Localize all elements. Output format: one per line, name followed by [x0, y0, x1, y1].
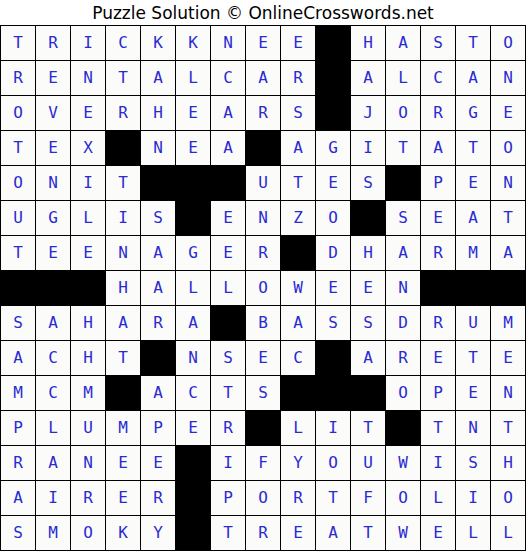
cell-r9c12: D — [386, 306, 421, 341]
cell-r5c10: E — [316, 166, 351, 201]
cell-r3c5: H — [141, 96, 176, 131]
cell-r15c12: W — [386, 516, 421, 551]
cell-r3c12: O — [386, 96, 421, 131]
cell-r4c15: O — [491, 131, 526, 166]
cell-r10c1: A — [1, 341, 36, 376]
cell-r14c15: O — [491, 481, 526, 516]
cell-r6c13: E — [421, 201, 456, 236]
cell-r14c3: R — [71, 481, 106, 516]
cell-r7c2: E — [36, 236, 71, 271]
cell-r5c4: T — [106, 166, 141, 201]
cell-r10c13: E — [421, 341, 456, 376]
black-cell-r8c2 — [36, 271, 71, 306]
cell-r8c11: E — [351, 271, 386, 306]
cell-r4c7: A — [211, 131, 246, 166]
cell-r10c9: C — [281, 341, 316, 376]
cell-r6c3: L — [71, 201, 106, 236]
cell-r14c5: R — [141, 481, 176, 516]
cell-r10c4: T — [106, 341, 141, 376]
cell-r2c8: A — [246, 61, 281, 96]
cell-r2c6: L — [176, 61, 211, 96]
cell-r2c9: R — [281, 61, 316, 96]
cell-r13c2: A — [36, 446, 71, 481]
cell-r1c15: O — [491, 26, 526, 61]
cell-r8c5: A — [141, 271, 176, 306]
cell-r13c11: U — [351, 446, 386, 481]
cell-r7c12: A — [386, 236, 421, 271]
cell-r14c8: O — [246, 481, 281, 516]
cell-r14c1: A — [1, 481, 36, 516]
cell-r6c10: O — [316, 201, 351, 236]
cell-r1c13: S — [421, 26, 456, 61]
cell-r5c14: E — [456, 166, 491, 201]
cell-r13c8: F — [246, 446, 281, 481]
black-cell-r9c7 — [211, 306, 246, 341]
cell-r12c15: T — [491, 411, 526, 446]
cell-r1c8: E — [246, 26, 281, 61]
cell-r13c14: S — [456, 446, 491, 481]
cell-r2c7: C — [211, 61, 246, 96]
black-cell-r10c10 — [316, 341, 351, 376]
cell-r15c4: K — [106, 516, 141, 551]
cell-r11c3: M — [71, 376, 106, 411]
cell-r5c1: O — [1, 166, 36, 201]
cell-r11c12: O — [386, 376, 421, 411]
cell-r4c11: I — [351, 131, 386, 166]
cell-r13c3: N — [71, 446, 106, 481]
cell-r9c8: B — [246, 306, 281, 341]
cell-r9c15: M — [491, 306, 526, 341]
cell-r12c11: T — [351, 411, 386, 446]
cell-r9c9: A — [281, 306, 316, 341]
cell-r1c4: C — [106, 26, 141, 61]
cell-r12c14: N — [456, 411, 491, 446]
cell-r5c11: S — [351, 166, 386, 201]
black-cell-r12c8 — [246, 411, 281, 446]
black-cell-r8c1 — [1, 271, 36, 306]
black-cell-r11c9 — [281, 376, 316, 411]
cell-r12c5: P — [141, 411, 176, 446]
cell-r5c9: T — [281, 166, 316, 201]
cell-r4c14: T — [456, 131, 491, 166]
cell-r10c8: E — [246, 341, 281, 376]
cell-r7c4: N — [106, 236, 141, 271]
cell-r13c5: E — [141, 446, 176, 481]
cell-r5c8: U — [246, 166, 281, 201]
cell-r14c4: E — [106, 481, 141, 516]
cell-r8c9: W — [281, 271, 316, 306]
cell-r15c1: S — [1, 516, 36, 551]
black-cell-r12c12 — [386, 411, 421, 446]
cell-r10c7: S — [211, 341, 246, 376]
cell-r14c12: O — [386, 481, 421, 516]
black-cell-r2c10 — [316, 61, 351, 96]
cell-r1c12: A — [386, 26, 421, 61]
cell-r15c7: T — [211, 516, 246, 551]
cell-r7c8: R — [246, 236, 281, 271]
cell-r7c14: M — [456, 236, 491, 271]
cell-r4c13: A — [421, 131, 456, 166]
cell-r11c7: T — [211, 376, 246, 411]
cell-r9c11: S — [351, 306, 386, 341]
cell-r1c5: K — [141, 26, 176, 61]
black-cell-r15c6 — [176, 516, 211, 551]
cell-r7c10: D — [316, 236, 351, 271]
cell-r4c9: A — [281, 131, 316, 166]
cell-r7c11: H — [351, 236, 386, 271]
black-cell-r4c8 — [246, 131, 281, 166]
cell-r14c10: T — [316, 481, 351, 516]
cell-r1c1: T — [1, 26, 36, 61]
crossword-grid: TRICKKNEEHASTORENTALCARALCANOVERHEARSJOR… — [0, 25, 526, 551]
cell-r4c5: N — [141, 131, 176, 166]
black-cell-r5c7 — [211, 166, 246, 201]
cell-r15c8: R — [246, 516, 281, 551]
cell-r6c1: U — [1, 201, 36, 236]
cell-r4c1: T — [1, 131, 36, 166]
cell-r15c3: O — [71, 516, 106, 551]
cell-r2c1: R — [1, 61, 36, 96]
cell-r15c11: T — [351, 516, 386, 551]
cell-r11c8: S — [246, 376, 281, 411]
cell-r13c10: O — [316, 446, 351, 481]
cell-r3c13: R — [421, 96, 456, 131]
cell-r12c2: L — [36, 411, 71, 446]
cell-r11c2: C — [36, 376, 71, 411]
cell-r15c9: E — [281, 516, 316, 551]
cell-r9c14: U — [456, 306, 491, 341]
black-cell-r11c11 — [351, 376, 386, 411]
cell-r13c9: Y — [281, 446, 316, 481]
cell-r9c3: H — [71, 306, 106, 341]
cell-r1c7: N — [211, 26, 246, 61]
cell-r3c11: J — [351, 96, 386, 131]
cell-r2c11: A — [351, 61, 386, 96]
cell-r6c4: I — [106, 201, 141, 236]
cell-r14c14: I — [456, 481, 491, 516]
cell-r12c1: P — [1, 411, 36, 446]
cell-r11c1: M — [1, 376, 36, 411]
cell-r13c12: W — [386, 446, 421, 481]
cell-r2c14: A — [456, 61, 491, 96]
cell-r10c6: N — [176, 341, 211, 376]
cell-r15c2: M — [36, 516, 71, 551]
black-cell-r11c10 — [316, 376, 351, 411]
cell-r14c9: R — [281, 481, 316, 516]
cell-r11c14: E — [456, 376, 491, 411]
cell-r2c2: E — [36, 61, 71, 96]
cell-r8c12: N — [386, 271, 421, 306]
cell-r1c11: H — [351, 26, 386, 61]
cell-r3c1: O — [1, 96, 36, 131]
cell-r9c4: A — [106, 306, 141, 341]
cell-r6c12: S — [386, 201, 421, 236]
black-cell-r14c6 — [176, 481, 211, 516]
cell-r4c3: X — [71, 131, 106, 166]
black-cell-r3c10 — [316, 96, 351, 131]
cell-r3c6: E — [176, 96, 211, 131]
cell-r2c13: C — [421, 61, 456, 96]
cell-r7c5: A — [141, 236, 176, 271]
black-cell-r5c12 — [386, 166, 421, 201]
cell-r3c3: E — [71, 96, 106, 131]
cell-r12c9: L — [281, 411, 316, 446]
cell-r5c2: N — [36, 166, 71, 201]
cell-r15c5: Y — [141, 516, 176, 551]
cell-r3c9: S — [281, 96, 316, 131]
cell-r7c1: T — [1, 236, 36, 271]
cell-r12c4: M — [106, 411, 141, 446]
cell-r5c13: P — [421, 166, 456, 201]
cell-r4c10: G — [316, 131, 351, 166]
cell-r9c1: S — [1, 306, 36, 341]
cell-r14c13: L — [421, 481, 456, 516]
cell-r13c1: R — [1, 446, 36, 481]
cell-r6c8: N — [246, 201, 281, 236]
cell-r13c15: H — [491, 446, 526, 481]
cell-r12c10: I — [316, 411, 351, 446]
cell-r13c13: I — [421, 446, 456, 481]
cell-r6c15: T — [491, 201, 526, 236]
cell-r13c7: I — [211, 446, 246, 481]
cell-r7c6: G — [176, 236, 211, 271]
cell-r10c3: H — [71, 341, 106, 376]
cell-r11c15: N — [491, 376, 526, 411]
black-cell-r6c6 — [176, 201, 211, 236]
cell-r15c14: L — [456, 516, 491, 551]
cell-r10c11: A — [351, 341, 386, 376]
cell-r6c14: A — [456, 201, 491, 236]
cell-r8c8: O — [246, 271, 281, 306]
cell-r14c2: I — [36, 481, 71, 516]
cell-r1c2: R — [36, 26, 71, 61]
cell-r3c4: R — [106, 96, 141, 131]
black-cell-r8c14 — [456, 271, 491, 306]
cell-r11c5: A — [141, 376, 176, 411]
cell-r13c4: E — [106, 446, 141, 481]
cell-r9c13: R — [421, 306, 456, 341]
cell-r10c2: C — [36, 341, 71, 376]
cell-r12c13: T — [421, 411, 456, 446]
cell-r7c13: R — [421, 236, 456, 271]
cell-r9c2: A — [36, 306, 71, 341]
black-cell-r6c11 — [351, 201, 386, 236]
black-cell-r5c5 — [141, 166, 176, 201]
cell-r10c12: R — [386, 341, 421, 376]
black-cell-r13c6 — [176, 446, 211, 481]
cell-r2c15: N — [491, 61, 526, 96]
cell-r12c3: U — [71, 411, 106, 446]
cell-r12c6: E — [176, 411, 211, 446]
cell-r1c6: K — [176, 26, 211, 61]
cell-r3c15: E — [491, 96, 526, 131]
black-cell-r4c4 — [106, 131, 141, 166]
cell-r7c15: A — [491, 236, 526, 271]
cell-r6c5: S — [141, 201, 176, 236]
cell-r15c10: A — [316, 516, 351, 551]
cell-r4c6: E — [176, 131, 211, 166]
cell-r15c13: E — [421, 516, 456, 551]
page-title: Puzzle Solution © OnlineCrosswords.net — [0, 0, 526, 25]
cell-r6c9: Z — [281, 201, 316, 236]
cell-r8c4: H — [106, 271, 141, 306]
black-cell-r8c3 — [71, 271, 106, 306]
cell-r3c14: G — [456, 96, 491, 131]
cell-r7c3: E — [71, 236, 106, 271]
cell-r11c6: C — [176, 376, 211, 411]
black-cell-r8c13 — [421, 271, 456, 306]
cell-r8c10: E — [316, 271, 351, 306]
cell-r2c12: L — [386, 61, 421, 96]
cell-r5c3: I — [71, 166, 106, 201]
cell-r12c7: R — [211, 411, 246, 446]
cell-r15c15: L — [491, 516, 526, 551]
cell-r2c4: T — [106, 61, 141, 96]
cell-r4c2: E — [36, 131, 71, 166]
cell-r14c11: F — [351, 481, 386, 516]
cell-r8c7: L — [211, 271, 246, 306]
cell-r6c2: G — [36, 201, 71, 236]
cell-r3c2: V — [36, 96, 71, 131]
cell-r7c7: E — [211, 236, 246, 271]
black-cell-r1c10 — [316, 26, 351, 61]
cell-r8c6: L — [176, 271, 211, 306]
cell-r10c15: E — [491, 341, 526, 376]
cell-r4c12: T — [386, 131, 421, 166]
black-cell-r5c6 — [176, 166, 211, 201]
black-cell-r7c9 — [281, 236, 316, 271]
cell-r14c7: P — [211, 481, 246, 516]
cell-r6c7: E — [211, 201, 246, 236]
cell-r10c14: T — [456, 341, 491, 376]
cell-r3c8: R — [246, 96, 281, 131]
cell-r3c7: A — [211, 96, 246, 131]
cell-r9c5: R — [141, 306, 176, 341]
cell-r2c5: A — [141, 61, 176, 96]
black-cell-r8c15 — [491, 271, 526, 306]
black-cell-r10c5 — [141, 341, 176, 376]
cell-r11c13: P — [421, 376, 456, 411]
puzzle-page: Puzzle Solution © OnlineCrosswords.net T… — [0, 0, 526, 551]
cell-r9c10: S — [316, 306, 351, 341]
black-cell-r11c4 — [106, 376, 141, 411]
cell-r5c15: N — [491, 166, 526, 201]
cell-r2c3: N — [71, 61, 106, 96]
cell-r1c9: E — [281, 26, 316, 61]
cell-r1c14: T — [456, 26, 491, 61]
cell-r1c3: I — [71, 26, 106, 61]
cell-r9c6: A — [176, 306, 211, 341]
